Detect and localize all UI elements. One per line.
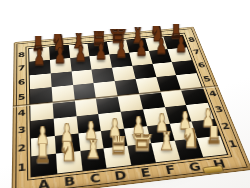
board-scene: 87654321 87654321 ABCDEFGH ♜♞♝♛♚♝♞♜♟♟♟♟♟… (14, 0, 222, 188)
rank-label-left-6: 6 (15, 75, 28, 91)
piece-black-pawn-e7[interactable]: ♟ (111, 41, 131, 61)
chess-set-photo: 87654321 87654321 ABCDEFGH ♜♞♝♛♚♝♞♜♟♟♟♟♟… (0, 0, 250, 188)
white-knight-icon: ♞ (181, 113, 200, 153)
piece-black-pawn-d7[interactable]: ♟ (91, 43, 111, 63)
black-pawn-icon: ♟ (33, 44, 45, 69)
piece-white-bishop-c1[interactable]: ♝ (81, 139, 106, 164)
rank-label-left-7: 7 (15, 61, 28, 76)
piece-white-king-e1[interactable]: ♚ (130, 134, 155, 159)
piece-black-pawn-g7[interactable]: ♟ (151, 38, 171, 58)
piece-black-pawn-a7[interactable]: ♟ (29, 49, 50, 70)
white-rook-icon: ♜ (35, 132, 52, 169)
pieces-layer: ♜♞♝♛♚♝♞♜♟♟♟♟♟♟♟♟♟♟♟♟♟♟♟♟♜♞♝♛♚♝♞♜ (11, 27, 250, 188)
piece-white-rook-h1[interactable]: ♜ (202, 126, 226, 150)
piece-white-knight-g1[interactable]: ♞ (178, 128, 202, 152)
piece-black-pawn-c7[interactable]: ♟ (70, 45, 91, 66)
white-bishop-icon: ♝ (83, 120, 103, 163)
piece-black-pawn-b7[interactable]: ♟ (50, 47, 71, 68)
black-pawn-icon: ♟ (95, 39, 107, 64)
black-pawn-icon: ♟ (136, 35, 147, 60)
white-bishop-icon: ♝ (157, 113, 177, 156)
white-knight-icon: ♞ (59, 126, 78, 167)
white-king-icon: ♚ (130, 104, 155, 159)
rank-label-left-8: 8 (15, 48, 27, 62)
black-pawn-icon: ♟ (54, 42, 66, 67)
piece-black-pawn-f7[interactable]: ♟ (131, 40, 151, 60)
piece-white-queen-d1[interactable]: ♛ (106, 136, 131, 161)
piece-white-knight-b1[interactable]: ♞ (56, 142, 81, 167)
black-pawn-icon: ♟ (75, 41, 87, 66)
piece-white-bishop-f1[interactable]: ♝ (154, 131, 179, 156)
black-pawn-icon: ♟ (115, 37, 126, 62)
white-queen-icon: ♛ (106, 110, 130, 161)
white-rook-icon: ♜ (206, 114, 223, 150)
black-pawn-icon: ♟ (155, 34, 166, 58)
chess-board: 87654321 87654321 ABCDEFGH ♜♞♝♛♚♝♞♜♟♟♟♟♟… (11, 27, 250, 188)
piece-white-rook-a1[interactable]: ♜ (31, 144, 56, 169)
